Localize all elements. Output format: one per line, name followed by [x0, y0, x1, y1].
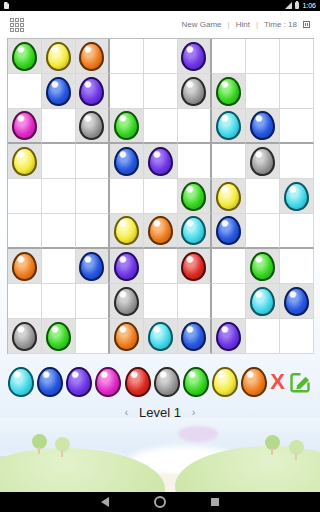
board-cell-r4c8[interactable] [246, 144, 280, 179]
egg-gray [250, 147, 275, 176]
board-cell-r8c9[interactable] [280, 284, 314, 319]
egg-blue [114, 147, 139, 176]
board-cell-r1c5[interactable] [144, 39, 178, 74]
egg-blue [181, 322, 206, 351]
board-cell-r8c1[interactable] [8, 284, 42, 319]
board-cell-r3c9[interactable] [280, 109, 314, 144]
toolbar-separator: | [228, 20, 230, 29]
board-cell-r4c1[interactable] [8, 144, 42, 179]
board-cell-r5c3[interactable] [76, 179, 110, 214]
board-cell-r9c4[interactable] [110, 319, 144, 354]
board-cell-r9c5[interactable] [144, 319, 178, 354]
egg-green [181, 182, 206, 211]
egg-cyan [250, 287, 275, 316]
board-cell-r5c2[interactable] [42, 179, 76, 214]
egg-blue [79, 252, 104, 281]
board-cell-r2c2[interactable] [42, 74, 76, 109]
palette-egg-yellow[interactable] [212, 367, 238, 397]
status-bar: 1:06 [0, 0, 320, 11]
palette-egg-blue[interactable] [37, 367, 63, 397]
board-cell-r8c6[interactable] [178, 284, 212, 319]
signal-icon [285, 2, 292, 9]
egg-cyan [216, 111, 241, 140]
background-landscape [0, 418, 320, 492]
level-next-button[interactable]: › [192, 408, 195, 418]
android-navbar [0, 492, 320, 512]
board-cell-r9c3[interactable] [76, 319, 110, 354]
board-cell-r7c6[interactable] [178, 249, 212, 284]
board-cell-r3c7[interactable] [212, 109, 246, 144]
board-cell-r6c7[interactable] [212, 214, 246, 249]
egg-purple [148, 147, 173, 176]
board-cell-r5c9[interactable] [280, 179, 314, 214]
board-cell-r9c7[interactable] [212, 319, 246, 354]
board-cell-r2c6[interactable] [178, 74, 212, 109]
home-icon[interactable] [154, 496, 166, 508]
board-cell-r1c1[interactable] [8, 39, 42, 74]
palette-egg-purple[interactable] [66, 367, 92, 397]
board-cell-r4c4[interactable] [110, 144, 144, 179]
board-cell-r9c8[interactable] [246, 319, 280, 354]
egg-blue [284, 287, 309, 316]
board-cell-r4c3[interactable] [76, 144, 110, 179]
board-cell-r8c4[interactable] [110, 284, 144, 319]
toolbar: New Game | Hint | Time : 18 [0, 11, 320, 38]
egg-blue [250, 111, 275, 140]
board-cell-r3c5[interactable] [144, 109, 178, 144]
hint-button[interactable]: Hint [236, 20, 250, 29]
tree [55, 437, 70, 452]
tree [289, 440, 304, 455]
egg-cyan [284, 182, 309, 211]
new-game-button[interactable]: New Game [182, 20, 222, 29]
egg-green [216, 77, 241, 106]
pencil-square-icon [288, 370, 312, 394]
board-cell-r4c9[interactable] [280, 144, 314, 179]
board-cell-r5c8[interactable] [246, 179, 280, 214]
board-cell-r4c2[interactable] [42, 144, 76, 179]
board-cell-r1c6[interactable] [178, 39, 212, 74]
egg-gray [181, 77, 206, 106]
board-cell-r9c1[interactable] [8, 319, 42, 354]
egg-gray [79, 111, 104, 140]
status-time: 1:06 [302, 2, 316, 9]
palette-egg-gray[interactable] [154, 367, 180, 397]
board-cell-r1c4[interactable] [110, 39, 144, 74]
egg-green [12, 42, 37, 71]
board-cell-r7c4[interactable] [110, 249, 144, 284]
purple-cloud [178, 426, 218, 442]
board-cell-r3c6[interactable] [178, 109, 212, 144]
egg-green [114, 111, 139, 140]
egg-orange [12, 252, 37, 281]
board-cell-r5c4[interactable] [110, 179, 144, 214]
board-cell-r5c1[interactable] [8, 179, 42, 214]
board-cell-r1c7[interactable] [212, 39, 246, 74]
board-cell-r7c1[interactable] [8, 249, 42, 284]
app-grid-icon[interactable] [10, 18, 24, 32]
board-cell-r6c8[interactable] [246, 214, 280, 249]
egg-purple [181, 42, 206, 71]
board-cell-r1c3[interactable] [76, 39, 110, 74]
egg-cyan [148, 322, 173, 351]
palette-egg-cyan[interactable] [8, 367, 34, 397]
board-cell-r1c9[interactable] [280, 39, 314, 74]
board-cell-r5c5[interactable] [144, 179, 178, 214]
board-cell-r8c5[interactable] [144, 284, 178, 319]
palette-egg-orange[interactable] [241, 367, 267, 397]
notification-icon [4, 2, 9, 9]
timer-display: Time : 18 [264, 20, 297, 29]
battery-icon [295, 2, 299, 9]
board-cell-r6c1[interactable] [8, 214, 42, 249]
recents-icon[interactable] [211, 498, 219, 506]
egg-cyan [181, 216, 206, 245]
board-cell-r2c9[interactable] [280, 74, 314, 109]
egg-orange [114, 322, 139, 351]
egg-yellow [12, 147, 37, 176]
board-cell-r5c7[interactable] [212, 179, 246, 214]
board-cell-r6c4[interactable] [110, 214, 144, 249]
board-cell-r3c4[interactable] [110, 109, 144, 144]
sudoku-board [7, 38, 314, 354]
palette-egg-green[interactable] [183, 367, 209, 397]
egg-yellow [46, 42, 71, 71]
board-cell-r5c6[interactable] [178, 179, 212, 214]
egg-orange [148, 216, 173, 245]
board-cell-r6c5[interactable] [144, 214, 178, 249]
board-cell-r7c8[interactable] [246, 249, 280, 284]
egg-gray [12, 322, 37, 351]
board-cell-r4c6[interactable] [178, 144, 212, 179]
egg-green [46, 322, 71, 351]
tree [32, 434, 47, 449]
egg-yellow [114, 216, 139, 245]
board-cell-r2c1[interactable] [8, 74, 42, 109]
egg-yellow [216, 182, 241, 211]
egg-green [250, 252, 275, 281]
board-cell-r8c3[interactable] [76, 284, 110, 319]
board-cell-r7c3[interactable] [76, 249, 110, 284]
level-prev-button[interactable]: ‹ [125, 408, 128, 418]
board-cell-r1c2[interactable] [42, 39, 76, 74]
board-cell-r4c5[interactable] [144, 144, 178, 179]
board-cell-r7c5[interactable] [144, 249, 178, 284]
egg-orange [79, 42, 104, 71]
pause-icon[interactable] [303, 21, 310, 28]
egg-blue [46, 77, 71, 106]
board-cell-r2c8[interactable] [246, 74, 280, 109]
board-cell-r2c3[interactable] [76, 74, 110, 109]
board-cell-r4c7[interactable] [212, 144, 246, 179]
board-cell-r3c8[interactable] [246, 109, 280, 144]
board-cell-r3c2[interactable] [42, 109, 76, 144]
board-cell-r2c4[interactable] [110, 74, 144, 109]
board-cell-r7c7[interactable] [212, 249, 246, 284]
tree [265, 435, 280, 450]
board-cell-r9c6[interactable] [178, 319, 212, 354]
palette-egg-magenta[interactable] [95, 367, 121, 397]
egg-purple [114, 252, 139, 281]
board-cell-r7c9[interactable] [280, 249, 314, 284]
board-cell-r6c6[interactable] [178, 214, 212, 249]
board-cell-r7c2[interactable] [42, 249, 76, 284]
board-cell-r8c7[interactable] [212, 284, 246, 319]
egg-magenta [12, 111, 37, 140]
egg-palette: X [0, 366, 320, 398]
edit-mode-button[interactable] [288, 370, 312, 394]
board-cell-r3c1[interactable] [8, 109, 42, 144]
board-cell-r8c8[interactable] [246, 284, 280, 319]
board-cell-r6c9[interactable] [280, 214, 314, 249]
toolbar-separator: | [256, 20, 258, 29]
board-cell-r9c9[interactable] [280, 319, 314, 354]
board-cell-r2c7[interactable] [212, 74, 246, 109]
palette-egg-red[interactable] [125, 367, 151, 397]
app-screen: 1:06 New Game | Hint | Time : 18 X ‹ Lev… [0, 0, 320, 512]
board-cell-r6c2[interactable] [42, 214, 76, 249]
board-cell-r9c2[interactable] [42, 319, 76, 354]
board-cell-r2c5[interactable] [144, 74, 178, 109]
clear-button[interactable]: X [270, 371, 285, 393]
board-cell-r3c3[interactable] [76, 109, 110, 144]
back-icon[interactable] [101, 497, 109, 507]
egg-blue [216, 216, 241, 245]
egg-gray [114, 287, 139, 316]
egg-purple [216, 322, 241, 351]
egg-red [181, 252, 206, 281]
board-cell-r1c8[interactable] [246, 39, 280, 74]
egg-purple [79, 77, 104, 106]
board-cell-r6c3[interactable] [76, 214, 110, 249]
board-cell-r8c2[interactable] [42, 284, 76, 319]
